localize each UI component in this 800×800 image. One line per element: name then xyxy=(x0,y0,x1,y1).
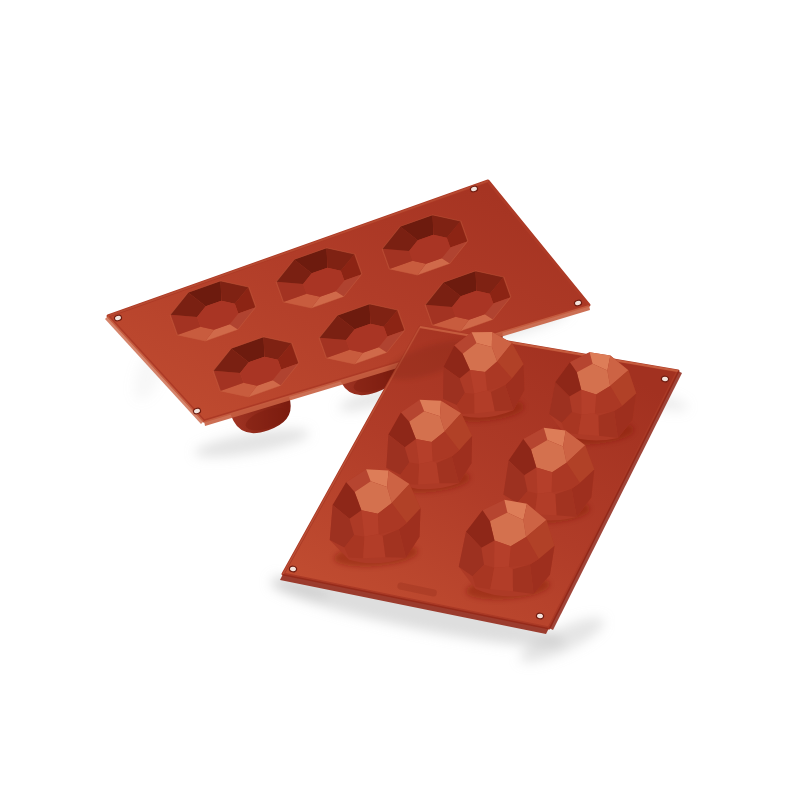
front-corner-hole-right xyxy=(661,376,669,383)
silicone-mould-photo xyxy=(0,0,800,800)
front-corner-hole-left xyxy=(289,566,297,573)
front-corner-hole-bottom xyxy=(536,613,544,620)
product-photo xyxy=(0,0,800,800)
